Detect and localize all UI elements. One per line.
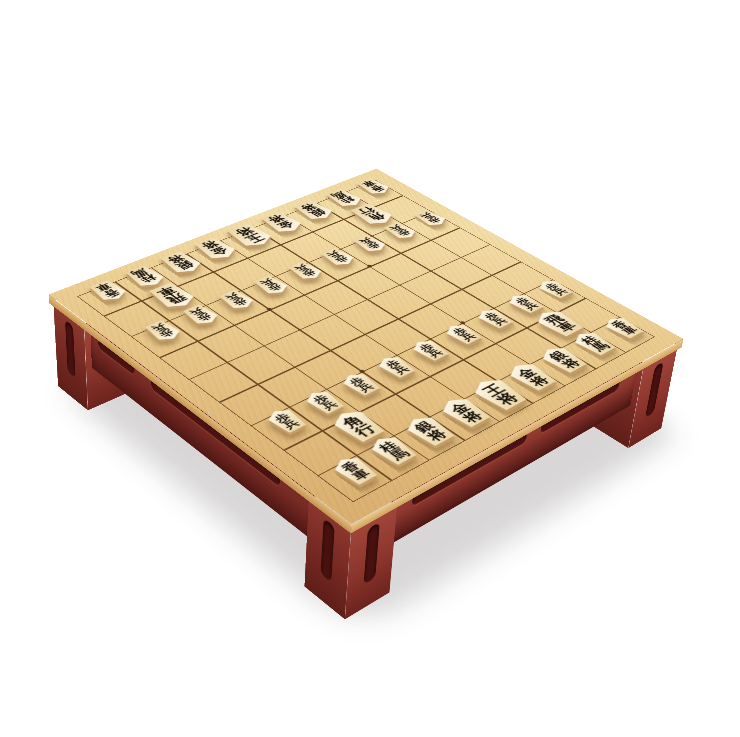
piece-kanji: 兵 — [522, 302, 540, 312]
piece-kanji: 兵 — [552, 287, 570, 296]
shogi-board: 香車桂馬銀将金将玉将金将銀将桂馬香車飛車角行歩兵歩兵歩兵歩兵歩兵歩兵歩兵歩兵歩兵… — [49, 169, 684, 525]
piece-pawn-sente[interactable]: 歩兵 — [440, 321, 486, 347]
leg-slot — [65, 320, 76, 379]
board-cell[interactable] — [430, 258, 491, 290]
leg-slot — [364, 522, 380, 585]
piece-pawn-gote[interactable]: 歩兵 — [215, 288, 260, 312]
leg-slot — [645, 362, 664, 419]
product-photo: 香車桂馬銀将金将玉将金将銀将桂馬香車飛車角行歩兵歩兵歩兵歩兵歩兵歩兵歩兵歩兵歩兵… — [0, 0, 740, 737]
piece-kanji: 将 — [559, 357, 582, 370]
piece-pawn-sente[interactable]: 歩兵 — [503, 291, 548, 315]
piece-kanji: 車 — [620, 325, 640, 336]
piece-lance-gote[interactable]: 香車 — [353, 177, 396, 197]
leg-slot — [321, 518, 335, 583]
piece-kanji: 車 — [555, 321, 579, 334]
piece-kanji: 馬 — [590, 341, 611, 353]
